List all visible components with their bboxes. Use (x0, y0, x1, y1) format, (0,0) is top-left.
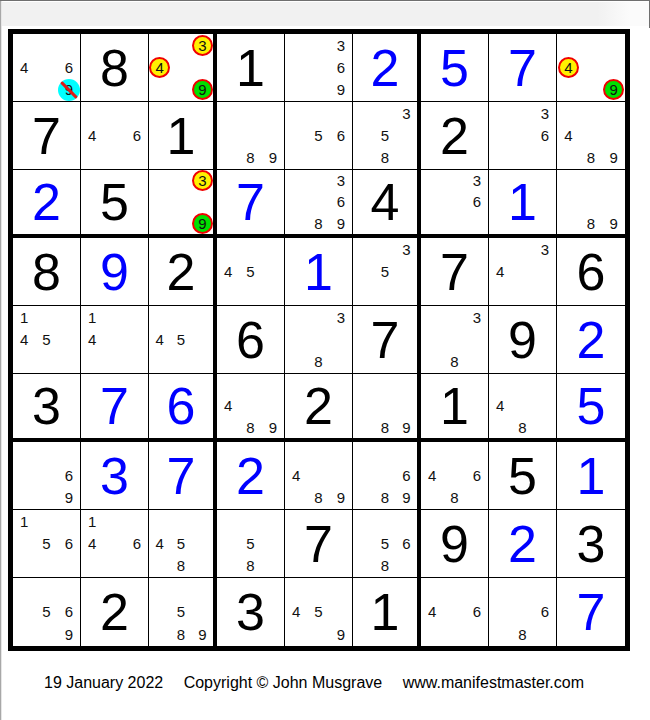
solved-digit: 7 (489, 34, 556, 101)
cell-r1c8[interactable]: 7 (489, 34, 557, 102)
candidate-5: 5 (35, 532, 57, 554)
cell-r2c6[interactable]: 358 (353, 102, 421, 170)
empty-candidate-slot (285, 102, 307, 124)
candidate-3: 3 (534, 238, 556, 260)
cell-r8c5[interactable]: 7 (285, 510, 353, 578)
empty-candidate-slot (580, 102, 603, 124)
given-digit: 7 (353, 306, 417, 373)
elimination-strike (60, 81, 78, 99)
cell-r2c3[interactable]: 1 (149, 102, 217, 170)
candidate-grid: 459 (285, 578, 352, 646)
cell-r1c4[interactable]: 1 (217, 34, 285, 102)
cell-r7c3[interactable]: 7 (149, 442, 217, 510)
empty-candidate-slot (58, 351, 80, 373)
cell-r4c5[interactable]: 1 (285, 238, 353, 306)
empty-candidate-slot (421, 213, 443, 234)
candidate-9: 9 (58, 623, 80, 646)
given-digit: 2 (285, 374, 352, 438)
cell-r9c1[interactable]: 569 (13, 578, 81, 646)
candidate-4: 4 (285, 464, 307, 486)
cell-r6c1[interactable]: 3 (13, 374, 81, 442)
empty-candidate-slot (35, 442, 57, 464)
cell-r5c6[interactable]: 7 (353, 306, 421, 374)
cell-r1c3[interactable]: 349 (149, 34, 217, 102)
cell-r6c9[interactable]: 5 (557, 374, 625, 442)
cell-r6c5[interactable]: 2 (285, 374, 353, 442)
cell-r3c8[interactable]: 1 (489, 170, 557, 238)
given-digit: 7 (285, 510, 352, 577)
empty-candidate-slot (126, 147, 148, 169)
candidate-9: 9 (262, 147, 284, 169)
empty-candidate-slot (330, 601, 352, 624)
empty-candidate-slot (353, 260, 374, 282)
cell-r3c6[interactable]: 4 (353, 170, 421, 238)
empty-candidate-slot (557, 34, 580, 56)
cell-r4c2[interactable]: 9 (81, 238, 149, 306)
cell-r6c2[interactable]: 7 (81, 374, 149, 442)
cell-r7c2[interactable]: 3 (81, 442, 149, 510)
empty-candidate-slot (170, 170, 191, 191)
empty-candidate-slot (35, 34, 57, 56)
empty-candidate-slot (421, 351, 443, 373)
empty-candidate-slot (170, 213, 191, 234)
empty-candidate-slot (192, 555, 213, 577)
empty-candidate-slot (443, 328, 465, 350)
candidate-6: 6 (58, 56, 80, 78)
empty-candidate-slot (285, 213, 307, 234)
cell-r7c5[interactable]: 489 (285, 442, 353, 510)
candidate-6: 6 (330, 124, 352, 146)
window-toolbar-strip (2, 2, 649, 26)
candidate-3-yellow: 3 (192, 170, 213, 191)
cell-r5c2[interactable]: 14 (81, 306, 149, 374)
cell-r9c6[interactable]: 1 (353, 578, 421, 646)
candidate-grid: 568 (353, 510, 417, 577)
cell-r1c6[interactable]: 2 (353, 34, 421, 102)
given-digit: 1 (353, 578, 417, 646)
cell-r4c6[interactable]: 35 (353, 238, 421, 306)
cell-r9c5[interactable]: 459 (285, 578, 353, 646)
cell-r2c5[interactable]: 56 (285, 102, 353, 170)
candidate-6: 6 (534, 601, 556, 624)
empty-candidate-slot (170, 34, 191, 56)
candidate-5: 5 (374, 260, 395, 282)
cell-r9c3[interactable]: 589 (149, 578, 217, 646)
cell-r6c4[interactable]: 489 (217, 374, 285, 442)
empty-candidate-slot (353, 102, 374, 124)
empty-candidate-slot (285, 79, 307, 101)
candidate-3-yellow: 3 (192, 35, 213, 56)
cell-r2c1[interactable]: 7 (13, 102, 81, 170)
cell-r3c5[interactable]: 3689 (285, 170, 353, 238)
candidate-9: 9 (330, 487, 352, 509)
empty-candidate-slot (285, 351, 307, 373)
cell-r5c1[interactable]: 145 (13, 306, 81, 374)
cell-r5c5[interactable]: 38 (285, 306, 353, 374)
empty-candidate-slot (103, 555, 125, 577)
cell-r4c8[interactable]: 34 (489, 238, 557, 306)
footer-website: www.manifestmaster.com (403, 674, 584, 691)
cell-r6c6[interactable]: 89 (353, 374, 421, 442)
empty-candidate-slot (421, 191, 443, 212)
empty-candidate-slot (511, 147, 533, 169)
empty-candidate-slot (374, 102, 395, 124)
empty-candidate-slot (307, 306, 329, 328)
empty-candidate-slot (307, 147, 329, 169)
empty-candidate-slot (81, 147, 103, 169)
empty-candidate-slot (239, 283, 261, 305)
candidate-5: 5 (374, 124, 395, 146)
cell-r6c8[interactable]: 48 (489, 374, 557, 442)
empty-candidate-slot (35, 464, 57, 486)
candidate-6: 6 (330, 56, 352, 78)
empty-candidate-slot (466, 578, 488, 601)
solved-digit: 2 (489, 510, 556, 577)
empty-candidate-slot (534, 147, 556, 169)
cell-r7c4[interactable]: 2 (217, 442, 285, 510)
empty-candidate-slot (103, 532, 125, 554)
candidate-9: 9 (330, 79, 352, 101)
empty-candidate-slot (13, 34, 35, 56)
cell-r1c2[interactable]: 8 (81, 34, 149, 102)
empty-candidate-slot (489, 623, 511, 646)
empty-candidate-slot (262, 532, 284, 554)
empty-candidate-slot (149, 34, 170, 56)
candidate-grid: 45 (217, 238, 284, 305)
empty-candidate-slot (217, 555, 239, 577)
candidate-3: 3 (396, 102, 417, 124)
candidate-6: 6 (58, 601, 80, 624)
cell-r1c7[interactable]: 5 (421, 34, 489, 102)
candidate-6: 6 (466, 191, 488, 212)
empty-candidate-slot (443, 464, 465, 486)
candidate-9: 9 (602, 213, 625, 234)
empty-candidate-slot (149, 351, 170, 373)
empty-candidate-slot (170, 56, 191, 78)
empty-candidate-slot (443, 578, 465, 601)
candidate-grid: 45 (149, 306, 213, 373)
empty-candidate-slot (58, 510, 80, 532)
empty-candidate-slot (307, 464, 329, 486)
cell-r7c9[interactable]: 1 (557, 442, 625, 510)
empty-candidate-slot (13, 487, 35, 509)
empty-candidate-slot (580, 124, 603, 146)
empty-candidate-slot (511, 283, 533, 305)
empty-candidate-slot (35, 578, 57, 601)
empty-candidate-slot (192, 328, 213, 350)
empty-candidate-slot (374, 395, 395, 416)
empty-candidate-slot (58, 578, 80, 601)
empty-candidate-slot (421, 328, 443, 350)
empty-candidate-slot (149, 79, 170, 101)
solved-digit: 7 (81, 374, 148, 438)
candidate-8: 8 (239, 417, 261, 438)
cell-r8c4[interactable]: 58 (217, 510, 285, 578)
empty-candidate-slot (13, 79, 35, 101)
cell-r8c3[interactable]: 458 (149, 510, 217, 578)
candidate-4: 4 (285, 601, 307, 624)
candidate-8: 8 (443, 487, 465, 509)
cell-r1c9[interactable]: 49 (557, 34, 625, 102)
empty-candidate-slot (35, 351, 57, 373)
candidate-grid: 369 (285, 34, 352, 101)
candidate-3: 3 (330, 170, 352, 191)
given-digit: 3 (13, 374, 80, 438)
empty-candidate-slot (330, 351, 352, 373)
candidate-grid: 89 (217, 102, 284, 169)
footer: 19 January 2022 Copyright © John Musgrav… (44, 674, 584, 692)
given-digit: 9 (421, 510, 488, 577)
cell-r6c7[interactable]: 1 (421, 374, 489, 442)
empty-candidate-slot (217, 283, 239, 305)
candidate-grid: 89 (353, 374, 417, 438)
empty-candidate-slot (511, 578, 533, 601)
empty-candidate-slot (13, 601, 35, 624)
empty-candidate-slot (35, 487, 57, 509)
cell-r8c2[interactable]: 146 (81, 510, 149, 578)
empty-candidate-slot (466, 623, 488, 646)
cell-r2c4[interactable]: 89 (217, 102, 285, 170)
empty-candidate-slot (307, 328, 329, 350)
empty-candidate-slot (262, 260, 284, 282)
given-digit: 8 (81, 34, 148, 101)
candidate-grid: 3689 (285, 170, 352, 234)
candidate-8: 8 (443, 351, 465, 373)
empty-candidate-slot (13, 442, 35, 464)
candidate-5: 5 (170, 328, 191, 350)
cell-r4c4[interactable]: 45 (217, 238, 285, 306)
candidate-grid: 56 (285, 102, 352, 169)
empty-candidate-slot (285, 124, 307, 146)
empty-candidate-slot (103, 351, 125, 373)
empty-candidate-slot (534, 578, 556, 601)
empty-candidate-slot (103, 102, 125, 124)
empty-candidate-slot (149, 578, 170, 601)
cell-r4c7[interactable]: 7 (421, 238, 489, 306)
empty-candidate-slot (396, 260, 417, 282)
candidate-5: 5 (239, 260, 261, 282)
empty-candidate-slot (466, 213, 488, 234)
empty-candidate-slot (58, 442, 80, 464)
cell-r7c7[interactable]: 468 (421, 442, 489, 510)
solved-digit: 1 (285, 238, 352, 305)
cell-r7c6[interactable]: 689 (353, 442, 421, 510)
given-digit: 7 (13, 102, 80, 169)
empty-candidate-slot (13, 351, 35, 373)
candidate-grid: 489 (285, 442, 352, 509)
empty-candidate-slot (557, 213, 580, 234)
given-digit: 9 (489, 306, 556, 373)
solved-digit: 2 (557, 306, 625, 373)
candidate-9: 9 (396, 487, 417, 509)
empty-candidate-slot (330, 442, 352, 464)
candidate-grid: 489 (557, 102, 625, 169)
empty-candidate-slot (126, 510, 148, 532)
cell-r8c7[interactable]: 9 (421, 510, 489, 578)
cell-r8c1[interactable]: 156 (13, 510, 81, 578)
candidate-8: 8 (307, 487, 329, 509)
empty-candidate-slot (13, 532, 35, 554)
empty-candidate-slot (262, 510, 284, 532)
empty-candidate-slot (396, 124, 417, 146)
cell-r5c9[interactable]: 2 (557, 306, 625, 374)
cell-r4c9[interactable]: 6 (557, 238, 625, 306)
cell-r8c6[interactable]: 568 (353, 510, 421, 578)
empty-candidate-slot (126, 306, 148, 328)
empty-candidate-slot (374, 374, 395, 395)
candidate-3: 3 (330, 34, 352, 56)
cell-r9c7[interactable]: 46 (421, 578, 489, 646)
candidate-1: 1 (13, 306, 35, 328)
empty-candidate-slot (262, 238, 284, 260)
cell-r9c4[interactable]: 3 (217, 578, 285, 646)
candidate-grid: 68 (489, 578, 556, 646)
cell-r7c1[interactable]: 69 (13, 442, 81, 510)
given-digit: 5 (81, 170, 148, 234)
solved-digit: 7 (217, 170, 284, 234)
given-digit: 5 (489, 442, 556, 509)
candidate-6: 6 (330, 191, 352, 212)
empty-candidate-slot (285, 442, 307, 464)
cell-r3c1[interactable]: 2 (13, 170, 81, 238)
empty-candidate-slot (534, 260, 556, 282)
candidate-4: 4 (13, 56, 35, 78)
empty-candidate-slot (511, 124, 533, 146)
empty-candidate-slot (149, 555, 170, 577)
cell-r3c7[interactable]: 36 (421, 170, 489, 238)
empty-candidate-slot (170, 351, 191, 373)
empty-candidate-slot (239, 395, 261, 416)
empty-candidate-slot (374, 283, 395, 305)
cell-r3c4[interactable]: 7 (217, 170, 285, 238)
candidate-9: 9 (192, 623, 213, 646)
cell-r3c2[interactable]: 5 (81, 170, 149, 238)
cell-r9c2[interactable]: 2 (81, 578, 149, 646)
cell-r5c7[interactable]: 38 (421, 306, 489, 374)
empty-candidate-slot (81, 102, 103, 124)
empty-candidate-slot (511, 395, 533, 416)
candidate-4: 4 (421, 601, 443, 624)
empty-candidate-slot (489, 238, 511, 260)
empty-candidate-slot (353, 532, 374, 554)
empty-candidate-slot (217, 532, 239, 554)
cell-r7c8[interactable]: 5 (489, 442, 557, 510)
empty-candidate-slot (307, 623, 329, 646)
solved-digit: 9 (81, 238, 148, 305)
given-digit: 2 (149, 238, 213, 305)
cell-r2c8[interactable]: 36 (489, 102, 557, 170)
empty-candidate-slot (58, 306, 80, 328)
empty-candidate-slot (262, 395, 284, 416)
cell-r6c3[interactable]: 6 (149, 374, 217, 442)
given-digit: 1 (217, 34, 284, 101)
empty-candidate-slot (353, 238, 374, 260)
empty-candidate-slot (307, 79, 329, 101)
candidate-6: 6 (58, 532, 80, 554)
candidate-3: 3 (534, 102, 556, 124)
candidate-4: 4 (489, 395, 511, 416)
empty-candidate-slot (35, 79, 57, 101)
candidate-grid: 38 (285, 306, 352, 373)
candidate-8: 8 (511, 623, 533, 646)
empty-candidate-slot (353, 395, 374, 416)
candidate-8: 8 (239, 147, 261, 169)
empty-candidate-slot (421, 623, 443, 646)
empty-candidate-slot (580, 170, 603, 191)
empty-candidate-slot (149, 510, 170, 532)
candidate-grid: 468 (421, 442, 488, 509)
empty-candidate-slot (285, 623, 307, 646)
cell-r8c8[interactable]: 2 (489, 510, 557, 578)
candidate-grid: 469 (13, 34, 80, 101)
cell-r2c9[interactable]: 489 (557, 102, 625, 170)
empty-candidate-slot (217, 147, 239, 169)
given-digit: 6 (217, 306, 284, 373)
empty-candidate-slot (307, 102, 329, 124)
empty-candidate-slot (170, 510, 191, 532)
candidate-4: 4 (217, 260, 239, 282)
empty-candidate-slot (443, 306, 465, 328)
candidate-4: 4 (81, 328, 103, 350)
candidate-5: 5 (374, 532, 395, 554)
empty-candidate-slot (285, 578, 307, 601)
candidate-4: 4 (557, 124, 580, 146)
empty-candidate-slot (396, 555, 417, 577)
cell-r9c9[interactable]: 7 (557, 578, 625, 646)
cell-r4c1[interactable]: 8 (13, 238, 81, 306)
candidate-grid: 569 (13, 578, 80, 646)
empty-candidate-slot (534, 283, 556, 305)
empty-candidate-slot (192, 191, 213, 212)
cell-r1c1[interactable]: 469 (13, 34, 81, 102)
candidate-grid: 58 (217, 510, 284, 577)
empty-candidate-slot (443, 442, 465, 464)
cell-r8c9[interactable]: 3 (557, 510, 625, 578)
empty-candidate-slot (149, 170, 170, 191)
cell-r2c2[interactable]: 46 (81, 102, 149, 170)
empty-candidate-slot (443, 601, 465, 624)
empty-candidate-slot (534, 623, 556, 646)
empty-candidate-slot (396, 374, 417, 395)
cell-r3c3[interactable]: 39 (149, 170, 217, 238)
empty-candidate-slot (511, 260, 533, 282)
candidate-8: 8 (374, 417, 395, 438)
cell-r4c3[interactable]: 2 (149, 238, 217, 306)
empty-candidate-slot (192, 56, 213, 78)
cell-r5c4[interactable]: 6 (217, 306, 285, 374)
cell-r1c5[interactable]: 369 (285, 34, 353, 102)
candidate-5: 5 (170, 601, 191, 624)
empty-candidate-slot (374, 510, 395, 532)
empty-candidate-slot (421, 442, 443, 464)
candidate-6: 6 (126, 124, 148, 146)
cell-r5c3[interactable]: 45 (149, 306, 217, 374)
candidate-8: 8 (580, 147, 603, 169)
empty-candidate-slot (330, 147, 352, 169)
cell-r5c8[interactable]: 9 (489, 306, 557, 374)
cell-r3c9[interactable]: 89 (557, 170, 625, 238)
candidate-9: 9 (602, 147, 625, 169)
cell-r2c7[interactable]: 2 (421, 102, 489, 170)
empty-candidate-slot (217, 374, 239, 395)
candidate-1: 1 (81, 510, 103, 532)
candidate-6: 6 (466, 601, 488, 624)
empty-candidate-slot (374, 238, 395, 260)
candidate-9: 9 (58, 487, 80, 509)
solved-digit: 2 (353, 34, 417, 101)
cell-r9c8[interactable]: 68 (489, 578, 557, 646)
window-border-top (0, 0, 650, 1)
